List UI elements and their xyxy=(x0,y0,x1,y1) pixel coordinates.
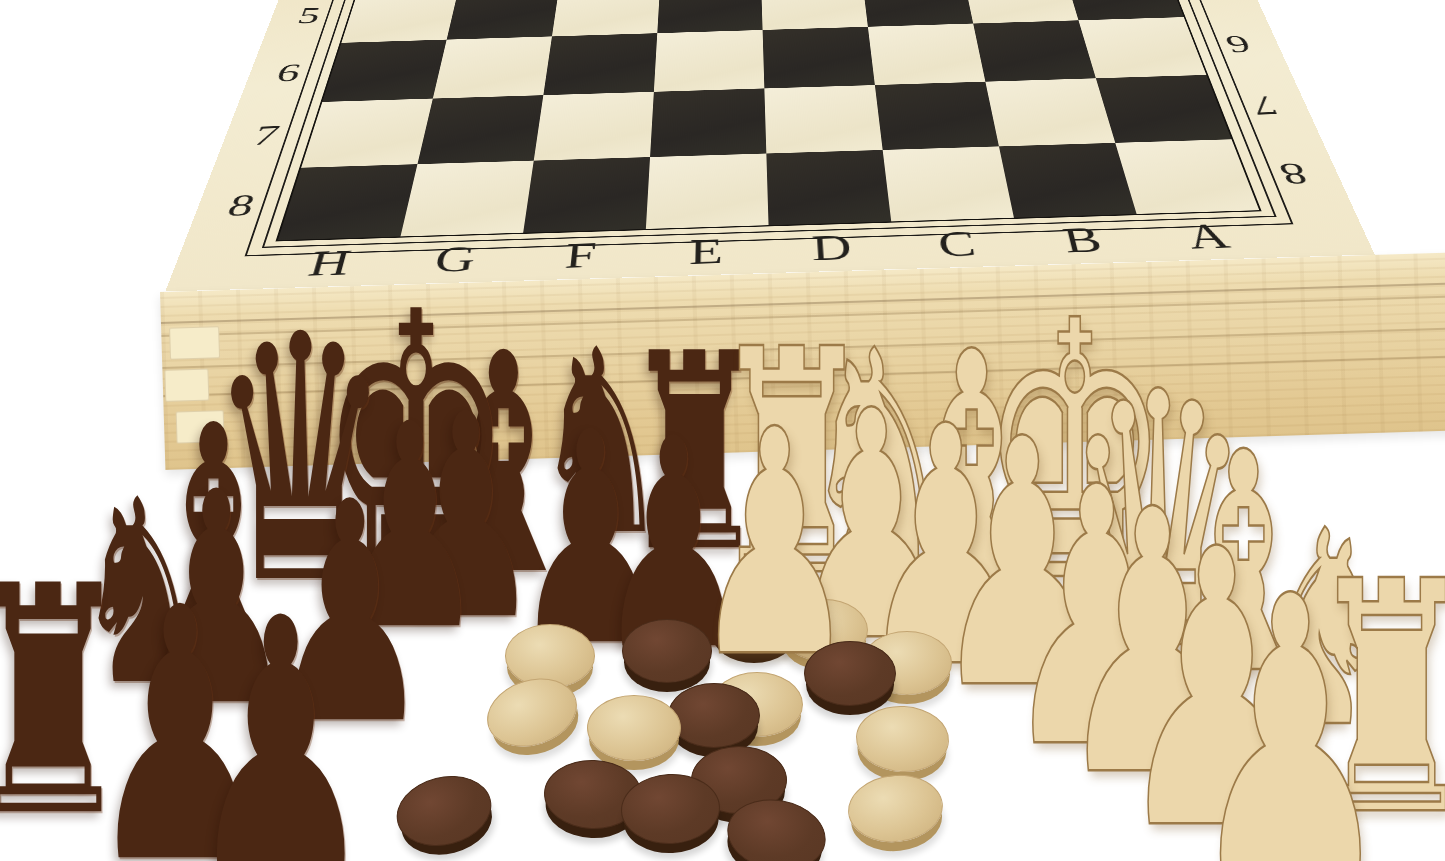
file-label-e: E xyxy=(643,232,770,273)
light-rook-8: ♜ xyxy=(1296,540,1445,859)
square-h6 xyxy=(322,39,446,102)
chessboard-squares-grid xyxy=(275,0,1261,241)
square-g6 xyxy=(433,36,552,98)
square-h5 xyxy=(341,0,459,43)
file-label-b: B xyxy=(1016,221,1151,262)
file-label-c: C xyxy=(893,225,1025,266)
square-f8 xyxy=(523,157,650,233)
light-checker-disc-8 xyxy=(844,771,945,848)
box-finger-joint-2 xyxy=(164,369,209,402)
square-e7 xyxy=(650,88,766,156)
dark-knight-2: ♞ xyxy=(66,466,219,721)
square-c6 xyxy=(868,23,986,85)
square-c5 xyxy=(861,0,973,27)
file-label-g: G xyxy=(388,240,521,281)
square-d6 xyxy=(763,27,875,89)
square-b6 xyxy=(973,20,1096,82)
file-label-h: H xyxy=(261,244,397,286)
light-pawn-12: ♟ xyxy=(920,395,1124,736)
dark-pawn-12: ♟ xyxy=(259,463,441,767)
square-a7 xyxy=(1096,75,1232,143)
square-f7 xyxy=(534,92,654,161)
square-b8 xyxy=(999,143,1137,218)
box-finger-joint-1 xyxy=(169,326,220,360)
square-g8 xyxy=(400,160,533,236)
square-c7 xyxy=(875,82,999,150)
chess-board-top-face: HGFEDCBA55667788 xyxy=(165,0,1374,291)
light-pawn-14: ♟ xyxy=(1043,464,1261,827)
square-a8 xyxy=(1115,139,1259,214)
light-checker-disc-7 xyxy=(854,704,950,774)
dark-checker-disc-1 xyxy=(389,766,499,855)
square-d8 xyxy=(766,150,891,226)
light-pawn-15: ♟ xyxy=(1103,501,1332,861)
square-e6 xyxy=(654,30,765,92)
light-bishop-6: ♝ xyxy=(1152,413,1334,716)
product-photo-stage: HGFEDCBA55667788 ♜♞♝♛♚♝♞♜♟♟♟♟♟♟♟♟♜♞♝♚♛♝♞… xyxy=(0,0,1445,861)
square-d7 xyxy=(764,85,882,153)
square-a6 xyxy=(1078,17,1206,78)
file-label-d: D xyxy=(769,229,897,270)
dark-pawn-9: ♟ xyxy=(76,563,285,861)
box-finger-joint-3 xyxy=(176,410,225,443)
square-g7 xyxy=(418,95,544,164)
square-h7 xyxy=(301,99,433,168)
light-checker-disc-3 xyxy=(587,695,681,761)
light-pawn-13: ♟ xyxy=(990,442,1203,798)
square-f5 xyxy=(552,0,660,36)
square-b7 xyxy=(985,78,1115,146)
dark-rook-1: ♜ xyxy=(0,545,142,860)
light-pawn-16: ♟ xyxy=(1173,547,1406,861)
file-label-a: A xyxy=(1140,217,1278,258)
square-c8 xyxy=(883,146,1014,221)
box-front-face xyxy=(160,253,1445,470)
square-d5 xyxy=(761,0,868,30)
square-e5 xyxy=(657,0,762,33)
dark-checker-disc-9 xyxy=(804,641,896,706)
dark-checker-disc-7 xyxy=(668,683,760,748)
dark-pawn-11: ♟ xyxy=(128,454,304,747)
dark-checker-disc-6 xyxy=(622,619,712,683)
square-h8 xyxy=(278,164,418,240)
light-knight-7: ♞ xyxy=(1239,496,1401,766)
file-label-f: F xyxy=(516,236,645,277)
square-f6 xyxy=(543,33,657,95)
square-e8 xyxy=(646,153,769,229)
dark-pawn-10: ♟ xyxy=(174,573,387,861)
square-g5 xyxy=(447,0,560,39)
